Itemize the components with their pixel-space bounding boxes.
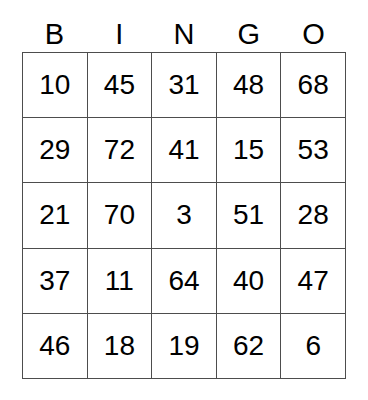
cell-r4-c1[interactable]: 37 (23, 249, 88, 314)
cell-r2-c2[interactable]: 72 (88, 118, 153, 183)
cell-r3-c2[interactable]: 70 (88, 183, 153, 248)
cell-r5-c5[interactable]: 6 (281, 314, 346, 379)
cell-r3-c4[interactable]: 51 (217, 183, 282, 248)
bingo-grid: 10 45 31 48 68 29 72 41 15 53 21 70 3 51… (22, 52, 346, 379)
bingo-card: B I N G O 10 45 31 48 68 29 72 41 15 53 … (0, 0, 368, 400)
cell-r1-c2[interactable]: 45 (88, 53, 153, 118)
header-letter-g: G (216, 17, 281, 51)
cell-r5-c2[interactable]: 18 (88, 314, 153, 379)
cell-r3-c1[interactable]: 21 (23, 183, 88, 248)
cell-r2-c1[interactable]: 29 (23, 118, 88, 183)
cell-r5-c4[interactable]: 62 (217, 314, 282, 379)
cell-r4-c5[interactable]: 47 (281, 249, 346, 314)
cell-r1-c3[interactable]: 31 (152, 53, 217, 118)
cell-r5-c1[interactable]: 46 (23, 314, 88, 379)
bingo-header: B I N G O (22, 17, 346, 51)
cell-r3-c5[interactable]: 28 (281, 183, 346, 248)
header-letter-b: B (22, 17, 87, 51)
header-letter-o: O (281, 17, 346, 51)
cell-r5-c3[interactable]: 19 (152, 314, 217, 379)
cell-r4-c3[interactable]: 64 (152, 249, 217, 314)
cell-r4-c2[interactable]: 11 (88, 249, 153, 314)
cell-r1-c1[interactable]: 10 (23, 53, 88, 118)
cell-r1-c4[interactable]: 48 (217, 53, 282, 118)
cell-r2-c4[interactable]: 15 (217, 118, 282, 183)
cell-r2-c5[interactable]: 53 (281, 118, 346, 183)
header-letter-i: I (87, 17, 152, 51)
cell-r3-c3[interactable]: 3 (152, 183, 217, 248)
header-letter-n: N (152, 17, 217, 51)
cell-r2-c3[interactable]: 41 (152, 118, 217, 183)
cell-r1-c5[interactable]: 68 (281, 53, 346, 118)
cell-r4-c4[interactable]: 40 (217, 249, 282, 314)
